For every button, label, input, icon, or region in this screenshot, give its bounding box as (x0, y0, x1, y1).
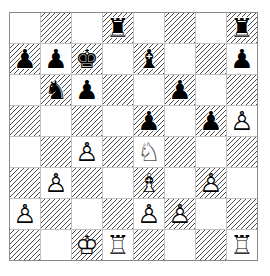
piece-white-rook: ♜♖ (103, 230, 133, 260)
square-f3[interactable] (165, 168, 195, 198)
square-f5[interactable] (165, 106, 195, 136)
white-piece-outline: ♙ (72, 137, 102, 167)
square-a3[interactable] (10, 168, 40, 198)
piece-black-pawn: ♟ (10, 44, 40, 74)
piece-white-pawn: ♟♙ (10, 199, 40, 229)
square-g1[interactable] (196, 230, 226, 260)
square-d3[interactable] (103, 168, 133, 198)
square-b2[interactable] (41, 199, 71, 229)
square-d2[interactable] (103, 199, 133, 229)
square-h7[interactable]: ♟ (227, 44, 257, 74)
white-piece-outline: ♙ (227, 106, 257, 136)
piece-black-pawn: ♟ (165, 75, 195, 105)
piece-white-pawn: ♟♙ (72, 137, 102, 167)
square-e6[interactable] (134, 75, 164, 105)
piece-white-rook: ♜♖ (227, 230, 257, 260)
square-e5[interactable]: ♟ (134, 106, 164, 136)
piece-black-king: ♚ (72, 44, 102, 74)
piece-white-pawn: ♟♙ (134, 199, 164, 229)
square-g6[interactable] (196, 75, 226, 105)
piece-black-pawn: ♟ (227, 44, 257, 74)
square-b7[interactable]: ♟ (41, 44, 71, 74)
piece-black-pawn: ♟ (134, 106, 164, 136)
piece-white-pawn: ♟♙ (165, 199, 195, 229)
square-b5[interactable] (41, 106, 71, 136)
square-e7[interactable]: ♝ (134, 44, 164, 74)
square-b8[interactable] (41, 13, 71, 43)
square-f4[interactable] (165, 137, 195, 167)
white-piece-outline: ♙ (165, 199, 195, 229)
square-c4[interactable]: ♟♙ (72, 137, 102, 167)
square-f2[interactable]: ♟♙ (165, 199, 195, 229)
piece-black-pawn: ♟ (196, 106, 226, 136)
square-g8[interactable] (196, 13, 226, 43)
chess-board: ♜♜♟♟♚♝♟♞♟♟♟♟♟♙♟♙♞♘♟♙♝♗♟♙♟♙♟♙♟♙♚♔♜♖♜♖ (9, 12, 258, 261)
piece-white-pawn: ♟♙ (196, 168, 226, 198)
white-piece-outline: ♙ (10, 199, 40, 229)
white-piece-outline: ♘ (134, 137, 164, 167)
square-b3[interactable]: ♟♙ (41, 168, 71, 198)
white-piece-outline: ♙ (41, 168, 71, 198)
square-c5[interactable] (72, 106, 102, 136)
square-f6[interactable]: ♟ (165, 75, 195, 105)
square-d4[interactable] (103, 137, 133, 167)
square-h8[interactable]: ♜ (227, 13, 257, 43)
square-a2[interactable]: ♟♙ (10, 199, 40, 229)
square-c2[interactable] (72, 199, 102, 229)
square-f7[interactable] (165, 44, 195, 74)
square-a8[interactable] (10, 13, 40, 43)
square-h1[interactable]: ♜♖ (227, 230, 257, 260)
white-piece-outline: ♖ (103, 230, 133, 260)
square-h5[interactable]: ♟♙ (227, 106, 257, 136)
square-d8[interactable]: ♜ (103, 13, 133, 43)
square-e8[interactable] (134, 13, 164, 43)
square-h6[interactable] (227, 75, 257, 105)
square-a4[interactable] (10, 137, 40, 167)
square-e4[interactable]: ♞♘ (134, 137, 164, 167)
square-e1[interactable] (134, 230, 164, 260)
square-f8[interactable] (165, 13, 195, 43)
square-d7[interactable] (103, 44, 133, 74)
square-h3[interactable] (227, 168, 257, 198)
square-c1[interactable]: ♚♔ (72, 230, 102, 260)
square-f1[interactable] (165, 230, 195, 260)
white-piece-outline: ♗ (134, 168, 164, 198)
white-piece-outline: ♔ (72, 230, 102, 260)
square-e2[interactable]: ♟♙ (134, 199, 164, 229)
square-b4[interactable] (41, 137, 71, 167)
square-h2[interactable] (227, 199, 257, 229)
square-g4[interactable] (196, 137, 226, 167)
square-c8[interactable] (72, 13, 102, 43)
square-d5[interactable] (103, 106, 133, 136)
piece-black-rook: ♜ (227, 13, 257, 43)
square-c3[interactable] (72, 168, 102, 198)
square-a7[interactable]: ♟ (10, 44, 40, 74)
square-h4[interactable] (227, 137, 257, 167)
square-c6[interactable]: ♟ (72, 75, 102, 105)
square-a6[interactable] (10, 75, 40, 105)
square-a5[interactable] (10, 106, 40, 136)
chess-diagram: ♜♜♟♟♚♝♟♞♟♟♟♟♟♙♟♙♞♘♟♙♝♗♟♙♟♙♟♙♟♙♚♔♜♖♜♖ (0, 0, 270, 276)
square-a1[interactable] (10, 230, 40, 260)
piece-black-pawn: ♟ (72, 75, 102, 105)
square-c7[interactable]: ♚ (72, 44, 102, 74)
square-e3[interactable]: ♝♗ (134, 168, 164, 198)
square-g3[interactable]: ♟♙ (196, 168, 226, 198)
square-g5[interactable]: ♟ (196, 106, 226, 136)
piece-black-pawn: ♟ (41, 44, 71, 74)
piece-white-knight: ♞♘ (134, 137, 164, 167)
square-b1[interactable] (41, 230, 71, 260)
piece-black-knight: ♞ (41, 75, 71, 105)
square-d6[interactable] (103, 75, 133, 105)
piece-white-king: ♚♔ (72, 230, 102, 260)
piece-white-pawn: ♟♙ (41, 168, 71, 198)
square-d1[interactable]: ♜♖ (103, 230, 133, 260)
piece-black-rook: ♜ (103, 13, 133, 43)
square-b6[interactable]: ♞ (41, 75, 71, 105)
white-piece-outline: ♙ (134, 199, 164, 229)
white-piece-outline: ♖ (227, 230, 257, 260)
piece-white-pawn: ♟♙ (227, 106, 257, 136)
square-g2[interactable] (196, 199, 226, 229)
square-g7[interactable] (196, 44, 226, 74)
piece-black-bishop: ♝ (134, 44, 164, 74)
white-piece-outline: ♙ (196, 168, 226, 198)
piece-white-bishop: ♝♗ (134, 168, 164, 198)
